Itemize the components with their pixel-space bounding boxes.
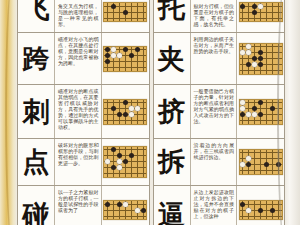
term-character-fei: 飞 [18, 0, 55, 32]
black-stone [111, 165, 116, 170]
term-row-tuo: 托贴对方行棋，但位置是在对方棋子的下面，有托举之感，故名为托。 [154, 0, 285, 33]
term-glyph: 逼 [158, 201, 185, 225]
term-description-chai: 沿着边的方向展开，在三线或者四线进行拆边。 [191, 139, 238, 185]
black-stone [258, 208, 263, 213]
white-stone [117, 165, 122, 170]
term-glyph: 飞 [23, 0, 50, 21]
term-glyph: 托 [158, 0, 185, 21]
black-stone [111, 4, 116, 9]
term-row-fei: 飞角交叉点为行棋，与跳的道理相似，是一种常见的棋形。 [18, 0, 149, 33]
white-stone [129, 112, 134, 117]
black-stone [258, 62, 263, 67]
white-stone [246, 44, 251, 49]
go-board-diagram-bi [237, 186, 284, 225]
board-point [140, 171, 146, 177]
term-row-ci: 刺瞄准对方的断点或其他弱点，在其要害行棋以威胁对方，具有先手的优势，通过刺的方式… [18, 85, 149, 138]
go-board [103, 46, 147, 72]
black-stone [258, 112, 263, 117]
white-stone [252, 62, 257, 67]
term-character-bi: 逼 [154, 186, 191, 225]
black-stone [258, 50, 263, 55]
term-description-ji: 一般要借助己方棋子的力量，针对对方的断点或者利用对方气紧的弱点插入式攻击对方的下… [191, 85, 238, 137]
term-glyph: 挤 [158, 98, 185, 125]
go-board-diagram-ci [102, 85, 149, 137]
go-board [103, 146, 147, 178]
white-stone [135, 106, 140, 111]
go-board-diagram-kua [102, 33, 149, 84]
term-description-ci: 瞄准对方的断点或其他弱点，在其要害行棋以威胁对方，具有先手的优势，通过刺的方式可… [55, 85, 102, 137]
term-row-ji: 挤一般要借助己方棋子的力量，针对对方的断点或者利用对方气紧的弱点插入式攻击对方的… [154, 85, 285, 138]
board-point [140, 213, 146, 219]
board-point [140, 118, 146, 124]
white-stone [105, 159, 110, 164]
term-glyph: 碰 [23, 201, 50, 225]
term-glyph: 刺 [23, 98, 50, 125]
black-stone [105, 53, 110, 58]
white-stone [246, 112, 251, 117]
black-stone [111, 106, 116, 111]
term-description-tuo: 贴对方行棋，但位置是在对方棋子的下面，有托举之感，故名为托。 [191, 0, 238, 32]
go-board-diagram-fei [102, 0, 149, 32]
go-board-diagram-tuo [237, 0, 284, 32]
black-stone [246, 162, 251, 167]
term-description-fei: 角交叉点为行棋，与跳的道理相似，是一种常见的棋形。 [55, 0, 102, 32]
white-stone [240, 106, 245, 111]
black-stone [270, 106, 275, 111]
board-point [140, 15, 146, 21]
term-row-kua: 跨瞄准对方小飞的弱点，在其腰点处行棋，意图是分断对方，因此也常被称为跨断。 [18, 33, 149, 85]
black-stone [117, 153, 122, 158]
go-board [103, 99, 147, 125]
term-character-peng: 碰 [18, 186, 55, 225]
black-stone [129, 53, 134, 58]
white-stone [123, 202, 128, 207]
black-stone [246, 62, 251, 67]
black-stone [105, 202, 110, 207]
black-stone [141, 208, 146, 213]
white-stone [111, 53, 116, 58]
term-description-kua: 瞄准对方小飞的弱点，在其腰点处行棋，意图是分断对方，因此也常被称为跨断。 [55, 33, 102, 84]
term-character-ji: 挤 [154, 85, 191, 137]
go-board [239, 200, 283, 220]
white-stone [246, 50, 251, 55]
black-stone [240, 202, 245, 207]
go-terminology-chart: 飞角交叉点为行棋，与跳的道理相似，是一种常见的棋形。跨瞄准对方小飞的弱点，在其腰… [0, 0, 300, 225]
term-row-chai: 拆沿着边的方向展开，在三线或者四线进行拆边。 [154, 139, 285, 186]
term-description-dian: 破坏对方的眼形和棋形的手段，与刺有些相似，但比刺更进一步。 [55, 139, 102, 185]
terms-column-right: 托贴对方行棋，但位置是在对方棋子的下面，有托举之感，故名为托。夹利用两边的棋子夹… [153, 0, 286, 225]
white-stone [117, 159, 122, 164]
white-stone [246, 156, 251, 161]
term-character-tuo: 托 [154, 0, 191, 32]
page-curl-right [285, 0, 300, 225]
go-board-diagram-peng [102, 186, 149, 225]
page-curl-left [0, 0, 17, 225]
go-board [103, 200, 147, 220]
black-stone [270, 208, 275, 213]
terms-column-left: 飞角交叉点为行棋，与跳的道理相似，是一种常见的棋形。跨瞄准对方小飞的弱点，在其腰… [17, 0, 150, 225]
black-stone [252, 106, 257, 111]
term-character-jia: 夹 [154, 33, 191, 84]
term-row-dian: 点破坏对方的眼形和棋形的手段，与刺有些相似，但比刺更进一步。 [18, 139, 149, 186]
term-character-ci: 刺 [18, 85, 55, 137]
term-description-jia: 利用两边的棋子夹击对方，从而产生胜势的攻击手段。 [191, 33, 238, 84]
black-stone [123, 100, 128, 105]
black-stone [252, 10, 257, 15]
black-stone [105, 47, 110, 52]
black-stone [123, 47, 128, 52]
term-character-kua: 跨 [18, 33, 55, 84]
black-stone [105, 59, 110, 64]
white-stone [240, 100, 245, 105]
term-character-chai: 拆 [154, 139, 191, 185]
go-board [239, 2, 283, 22]
white-stone [117, 53, 122, 58]
board-point [140, 65, 146, 71]
term-glyph: 夹 [158, 45, 185, 72]
black-stone [123, 112, 128, 117]
black-stone [123, 159, 128, 164]
white-stone [111, 47, 116, 52]
black-stone [117, 202, 122, 207]
black-stone [111, 147, 116, 152]
white-stone [240, 50, 245, 55]
term-character-dian: 点 [18, 139, 55, 185]
white-stone [252, 112, 257, 117]
term-glyph: 拆 [158, 148, 185, 175]
black-stone [258, 56, 263, 61]
black-stone [252, 56, 257, 61]
black-stone [258, 100, 263, 105]
terms-table: 飞角交叉点为行棋，与跳的道理相似，是一种常见的棋形。跨瞄准对方小飞的弱点，在其腰… [17, 0, 285, 225]
go-board [103, 2, 147, 22]
term-description-peng: 以一子之力紧贴对方的棋子行棋，一般是试探性的手段或者为了 [55, 186, 102, 225]
term-description-bi: 从边上发起进攻阻止对方拆边的下法，逼并不会直接贴在对方的棋子上，但这种 [191, 186, 238, 225]
white-stone [129, 106, 134, 111]
term-row-bi: 逼从边上发起进攻阻止对方拆边的下法，逼并不会直接贴在对方的棋子上，但这种 [154, 186, 285, 225]
black-stone [240, 112, 245, 117]
black-stone [123, 10, 128, 15]
white-stone [240, 162, 245, 167]
black-stone [129, 153, 134, 158]
go-board-diagram-dian [102, 139, 149, 185]
term-row-peng: 碰以一子之力紧贴对方的棋子行棋，一般是试探性的手段或者为了 [18, 186, 149, 225]
white-stone [246, 208, 251, 213]
black-stone [252, 4, 257, 9]
go-board [239, 149, 283, 175]
black-stone [117, 112, 122, 117]
term-glyph: 点 [23, 148, 50, 175]
black-stone [264, 162, 269, 167]
term-glyph: 跨 [23, 45, 50, 72]
term-row-jia: 夹利用两边的棋子夹击对方，从而产生胜势的攻击手段。 [154, 33, 285, 85]
black-stone [240, 4, 245, 9]
go-board [239, 43, 283, 75]
black-stone [135, 47, 140, 52]
white-stone [258, 4, 263, 9]
white-stone [135, 208, 140, 213]
go-board [239, 99, 283, 125]
